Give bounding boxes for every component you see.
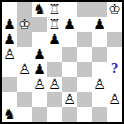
white-king-piece: ♔	[107, 2, 122, 17]
white-rook-piece-fill: ♜	[47, 17, 62, 32]
white-pawn-piece: ♙	[62, 92, 77, 107]
white-pawn-piece: ♙	[17, 62, 32, 77]
square-e2: ♟♙	[62, 92, 77, 107]
square-h3	[107, 77, 122, 92]
black-pawn-piece: ♟	[2, 32, 17, 47]
white-pawn-piece-fill: ♟	[2, 47, 17, 62]
square-b3	[17, 77, 32, 92]
white-pawn-piece: ♙	[47, 77, 62, 92]
black-pawn-piece: ♟	[32, 47, 47, 62]
white-pawn-piece-fill: ♟	[62, 92, 77, 107]
square-b4: ♟♙	[17, 62, 32, 77]
square-b1	[17, 107, 32, 122]
white-king-piece-fill: ♚	[17, 17, 32, 32]
square-f8	[77, 2, 92, 17]
white-pawn-piece: ♙	[32, 77, 47, 92]
white-king-piece: ♔	[17, 17, 32, 32]
square-h6	[107, 32, 122, 47]
square-g1	[92, 107, 107, 122]
square-d2	[47, 92, 62, 107]
square-f2	[77, 92, 92, 107]
square-c3: ♟♙	[32, 77, 47, 92]
chess-board: ♞♜♖♚♔♟♚♔♜♖♟♟♟♟♟♙♟♟♙♟?♟♙♟♙♟♙♟♙♟♙♞	[0, 0, 124, 124]
square-e3	[62, 77, 77, 92]
black-pawn-piece: ♟	[2, 17, 17, 32]
black-knight-piece: ♞	[32, 2, 47, 17]
square-d7: ♜♖	[47, 17, 62, 32]
square-a2	[2, 92, 17, 107]
square-f4	[77, 62, 92, 77]
square-b2	[17, 92, 32, 107]
square-g4	[92, 62, 107, 77]
square-c7	[32, 17, 47, 32]
white-pawn-piece: ♙	[2, 47, 17, 62]
square-a5: ♟♙	[2, 47, 17, 62]
square-g3: ♟♙	[92, 77, 107, 92]
square-c6	[32, 32, 47, 47]
square-d4	[47, 62, 62, 77]
square-e8	[62, 2, 77, 17]
square-g6	[92, 32, 107, 47]
square-a3	[2, 77, 17, 92]
white-pawn-piece: ♙	[92, 77, 107, 92]
square-e1	[62, 107, 77, 122]
square-f3	[77, 77, 92, 92]
white-rook-piece-fill: ♜	[47, 2, 62, 17]
black-pawn-piece: ♟	[32, 62, 47, 77]
black-pawn-piece: ♟	[92, 17, 107, 32]
square-c5: ♟	[32, 47, 47, 62]
square-c4: ♟	[32, 62, 47, 77]
square-h2: ♟♙	[107, 92, 122, 107]
square-d5	[47, 47, 62, 62]
board-grid: ♞♜♖♚♔♟♚♔♜♖♟♟♟♟♟♙♟♟♙♟?♟♙♟♙♟♙♟♙♟♙♞	[2, 2, 122, 122]
square-h5	[107, 47, 122, 62]
square-b8	[17, 2, 32, 17]
square-b5	[17, 47, 32, 62]
square-c8: ♞	[32, 2, 47, 17]
square-e5	[62, 47, 77, 62]
square-h1	[107, 107, 122, 122]
square-c2	[32, 92, 47, 107]
square-f6	[77, 32, 92, 47]
square-c1	[32, 107, 47, 122]
square-d8: ♜♖	[47, 2, 62, 17]
square-b6	[17, 32, 32, 47]
white-pawn-piece-fill: ♟	[107, 92, 122, 107]
square-a1: ♞	[2, 107, 17, 122]
white-pawn-piece-fill: ♟	[17, 62, 32, 77]
square-a8	[2, 2, 17, 17]
white-pawn-piece: ♙	[107, 92, 122, 107]
square-a4	[2, 62, 17, 77]
question-mark-annotation: ?	[107, 62, 122, 77]
square-h7	[107, 17, 122, 32]
black-pawn-piece: ♟	[62, 17, 77, 32]
square-g8	[92, 2, 107, 17]
square-d1	[47, 107, 62, 122]
square-b7: ♚♔	[17, 17, 32, 32]
square-f7	[77, 17, 92, 32]
square-a7: ♟	[2, 17, 17, 32]
white-rook-piece: ♖	[47, 17, 62, 32]
square-f5	[77, 47, 92, 62]
square-g2	[92, 92, 107, 107]
square-g7: ♟	[92, 17, 107, 32]
black-knight-piece: ♞	[2, 107, 17, 122]
square-e6	[62, 32, 77, 47]
square-e4	[62, 62, 77, 77]
white-rook-piece: ♖	[47, 2, 62, 17]
square-h8: ♚♔	[107, 2, 122, 17]
white-pawn-piece-fill: ♟	[32, 77, 47, 92]
black-pawn-piece: ♟	[47, 32, 62, 47]
square-f1	[77, 107, 92, 122]
square-e7: ♟	[62, 17, 77, 32]
square-d6: ♟	[47, 32, 62, 47]
white-pawn-piece-fill: ♟	[47, 77, 62, 92]
square-a6: ♟	[2, 32, 17, 47]
square-d3: ♟♙	[47, 77, 62, 92]
white-king-piece-fill: ♚	[107, 2, 122, 17]
white-pawn-piece-fill: ♟	[92, 77, 107, 92]
square-h4: ?	[107, 62, 122, 77]
square-g5	[92, 47, 107, 62]
